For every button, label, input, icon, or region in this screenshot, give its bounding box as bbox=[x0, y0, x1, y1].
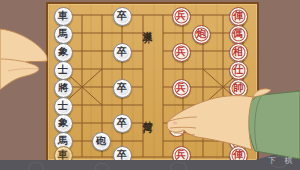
piece-red-兵[interactable]: 兵 bbox=[172, 7, 191, 26]
piece-black-砲[interactable]: 砲 bbox=[92, 132, 111, 151]
piece-black-卒[interactable]: 卒 bbox=[113, 79, 132, 98]
piece-black-象[interactable]: 象 bbox=[54, 43, 73, 62]
game-scene: 漢界 楚河 車馬象士將士象馬車砲卒卒卒卒卒兵兵兵兵兵炮俥傌相仕帥仕相傌俥 bbox=[0, 0, 300, 170]
piece-black-將[interactable]: 將 bbox=[54, 79, 73, 98]
river-label-top: 漢界 bbox=[142, 23, 152, 27]
piece-red-兵[interactable]: 兵 bbox=[172, 114, 191, 133]
piece-black-卒[interactable]: 卒 bbox=[113, 7, 132, 26]
piece-black-馬[interactable]: 馬 bbox=[54, 25, 73, 44]
piece-black-象[interactable]: 象 bbox=[54, 114, 73, 133]
piece-black-卒[interactable]: 卒 bbox=[113, 114, 132, 133]
piece-red-炮[interactable]: 炮 bbox=[192, 25, 211, 44]
piece-red-仕[interactable]: 仕 bbox=[229, 61, 248, 80]
river-label-bottom: 楚河 bbox=[142, 113, 152, 117]
watermark-text: 下 棋 bbox=[268, 155, 296, 166]
piece-black-車[interactable]: 車 bbox=[54, 7, 73, 26]
piece-black-士[interactable]: 士 bbox=[54, 97, 73, 116]
piece-red-相[interactable]: 相 bbox=[229, 114, 248, 133]
piece-black-卒[interactable]: 卒 bbox=[113, 43, 132, 62]
piece-red-帥[interactable]: 帥 bbox=[229, 79, 248, 98]
piece-red-傌[interactable]: 傌 bbox=[229, 25, 248, 44]
piece-red-兵[interactable]: 兵 bbox=[172, 79, 191, 98]
left-hand bbox=[0, 29, 47, 90]
piece-red-相[interactable]: 相 bbox=[229, 43, 248, 62]
board-wood-texture bbox=[48, 4, 257, 160]
piece-red-兵[interactable]: 兵 bbox=[172, 43, 191, 62]
piece-red-俥[interactable]: 俥 bbox=[229, 7, 248, 26]
piece-red-仕[interactable]: 仕 bbox=[229, 97, 248, 116]
piece-black-士[interactable]: 士 bbox=[54, 61, 73, 80]
